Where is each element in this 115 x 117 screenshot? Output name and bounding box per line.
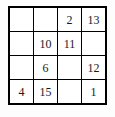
cell-r1c3[interactable]	[82, 32, 105, 55]
cell-r0c1[interactable]	[34, 8, 57, 31]
cell-r1c0[interactable]	[10, 32, 33, 55]
cell-r3c3[interactable]: 1	[82, 80, 105, 103]
cell-r0c3[interactable]: 13	[82, 8, 105, 31]
cell-r2c0[interactable]	[10, 56, 33, 79]
cell-r1c2[interactable]: 11	[58, 32, 81, 55]
cell-r1c1[interactable]: 10	[34, 32, 57, 55]
cell-r0c2[interactable]: 2	[58, 8, 81, 31]
cell-r3c0[interactable]: 4	[10, 80, 33, 103]
cell-r2c3[interactable]: 12	[82, 56, 105, 79]
cell-r0c0[interactable]	[10, 8, 33, 31]
cell-r3c1[interactable]: 15	[34, 80, 57, 103]
cell-r3c2[interactable]	[58, 80, 81, 103]
cell-r2c2[interactable]	[58, 56, 81, 79]
cell-r2c1[interactable]: 6	[34, 56, 57, 79]
magic-square-board: 2 13 10 11 6 12 4 15 1	[8, 6, 107, 105]
